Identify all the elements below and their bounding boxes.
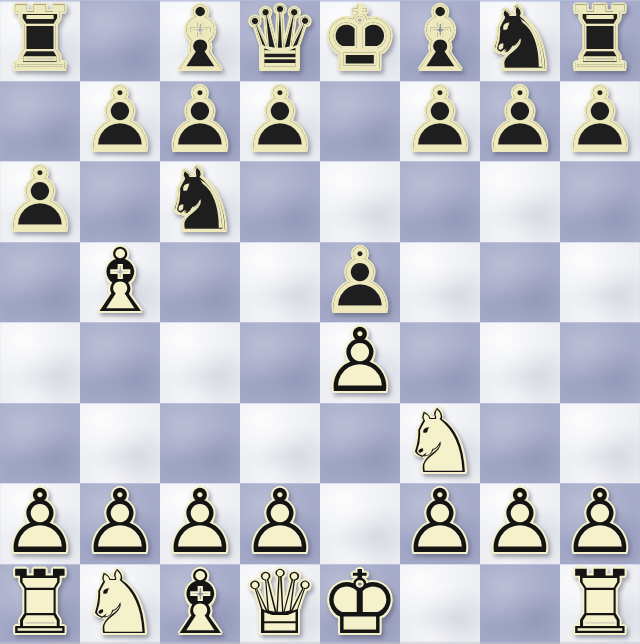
square-a5[interactable] [0,242,80,323]
black-pawn-outline-icon: ♙ [400,80,480,161]
piece-black-pawn-g7[interactable]: ♟♙ [480,81,560,162]
square-a8[interactable]: ♜♖ [0,0,80,81]
square-g7[interactable]: ♟♙ [480,81,560,162]
square-g6[interactable] [480,161,560,242]
black-king-outline-icon: ♔ [320,0,400,80]
square-g2[interactable]: ♟♙ [480,483,560,564]
square-c4[interactable] [160,322,240,403]
piece-black-king-e8[interactable]: ♚♔ [320,0,400,81]
square-b7[interactable]: ♟♙ [80,81,160,162]
square-a4[interactable] [0,322,80,403]
white-pawn-outline-icon: ♙ [320,321,400,402]
square-a1[interactable]: ♜♖ [0,564,80,644]
square-a6[interactable]: ♟♙ [0,161,80,242]
square-d6[interactable] [240,161,320,242]
square-f2[interactable]: ♟♙ [400,483,480,564]
square-d5[interactable] [240,242,320,323]
white-pawn-outline-icon: ♙ [400,482,480,563]
piece-white-bishop-c1[interactable]: ♝♗ [160,564,240,644]
white-knight-outline-icon: ♘ [80,563,160,644]
piece-white-pawn-f2[interactable]: ♟♙ [400,483,480,564]
chess-board: ♜♖♝♗♛♕♚♔♝♗♞♘♜♖♟♙♟♙♟♙♟♙♟♙♟♙♟♙♞♘♝♗♟♙♟♙♞♘♟♙… [0,0,640,644]
square-e7[interactable] [320,81,400,162]
piece-black-pawn-b7[interactable]: ♟♙ [80,81,160,162]
black-pawn-outline-icon: ♙ [560,80,640,161]
piece-white-rook-a1[interactable]: ♜♖ [0,564,80,644]
piece-black-pawn-h7[interactable]: ♟♙ [560,81,640,162]
piece-black-pawn-f7[interactable]: ♟♙ [400,81,480,162]
square-f1[interactable] [400,564,480,644]
black-knight-outline-icon: ♘ [160,160,240,241]
square-d1[interactable]: ♛♕ [240,564,320,644]
square-h5[interactable] [560,242,640,323]
square-h7[interactable]: ♟♙ [560,81,640,162]
white-pawn-outline-icon: ♙ [480,482,560,563]
square-b4[interactable] [80,322,160,403]
square-e1[interactable]: ♚♔ [320,564,400,644]
white-bishop-outline-icon: ♗ [80,241,160,322]
piece-white-king-e1[interactable]: ♚♔ [320,564,400,644]
white-king-outline-icon: ♔ [320,563,400,644]
square-d7[interactable]: ♟♙ [240,81,320,162]
square-e4[interactable]: ♟♙ [320,322,400,403]
piece-black-pawn-d7[interactable]: ♟♙ [240,81,320,162]
square-e3[interactable] [320,403,400,484]
square-b5[interactable]: ♝♗ [80,242,160,323]
square-c5[interactable] [160,242,240,323]
square-d4[interactable] [240,322,320,403]
piece-black-knight-c6[interactable]: ♞♘ [160,161,240,242]
piece-black-rook-a8[interactable]: ♜♖ [0,0,80,81]
black-pawn-outline-icon: ♙ [240,80,320,161]
square-f5[interactable] [400,242,480,323]
square-b1[interactable]: ♞♘ [80,564,160,644]
black-pawn-outline-icon: ♙ [80,80,160,161]
piece-white-pawn-g2[interactable]: ♟♙ [480,483,560,564]
square-h4[interactable] [560,322,640,403]
white-rook-outline-icon: ♖ [560,563,640,644]
square-g5[interactable] [480,242,560,323]
square-f6[interactable] [400,161,480,242]
piece-white-rook-h1[interactable]: ♜♖ [560,564,640,644]
piece-white-bishop-b5[interactable]: ♝♗ [80,242,160,323]
white-queen-outline-icon: ♕ [240,563,320,644]
piece-white-queen-d1[interactable]: ♛♕ [240,564,320,644]
piece-white-pawn-e4[interactable]: ♟♙ [320,322,400,403]
white-rook-outline-icon: ♖ [0,563,80,644]
white-bishop-outline-icon: ♗ [160,563,240,644]
square-h1[interactable]: ♜♖ [560,564,640,644]
black-pawn-outline-icon: ♙ [0,160,80,241]
black-pawn-outline-icon: ♙ [480,80,560,161]
square-c1[interactable]: ♝♗ [160,564,240,644]
square-f7[interactable]: ♟♙ [400,81,480,162]
black-rook-outline-icon: ♖ [0,0,80,80]
square-c6[interactable]: ♞♘ [160,161,240,242]
square-h6[interactable] [560,161,640,242]
square-g4[interactable] [480,322,560,403]
square-e8[interactable]: ♚♔ [320,0,400,81]
piece-white-knight-b1[interactable]: ♞♘ [80,564,160,644]
square-g1[interactable] [480,564,560,644]
piece-black-pawn-a6[interactable]: ♟♙ [0,161,80,242]
